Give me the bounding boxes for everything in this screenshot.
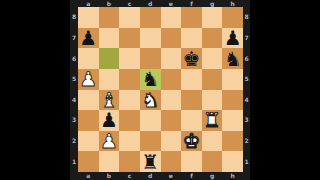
rank-label-5: 5: [243, 69, 250, 90]
square-f2[interactable]: ♚: [181, 131, 202, 152]
square-h6[interactable]: ♞: [222, 48, 243, 69]
black-pawn-piece[interactable]: ♟: [79, 27, 97, 47]
square-e2[interactable]: [161, 131, 182, 152]
file-label-d: d: [140, 172, 161, 180]
file-label-a: a: [78, 172, 99, 180]
board-field: ♟♟♚♞♟♞♝♞♟♜♟♚♜: [78, 7, 243, 172]
square-g7[interactable]: [202, 28, 223, 49]
square-a2[interactable]: [78, 131, 99, 152]
file-label-e: e: [161, 0, 182, 7]
file-label-h: h: [222, 172, 243, 180]
white-king-piece[interactable]: ♚: [182, 131, 200, 151]
chess-board: abcdefgh abcdefgh 87654321 87654321 ♟♟♚♞…: [70, 0, 250, 180]
square-b7[interactable]: [99, 28, 120, 49]
square-f5[interactable]: [181, 69, 202, 90]
file-label-h: h: [222, 0, 243, 7]
rank-labels-left: 87654321: [70, 7, 78, 172]
square-e3[interactable]: [161, 110, 182, 131]
rank-label-8: 8: [243, 7, 250, 28]
white-pawn-piece[interactable]: ♟: [79, 69, 97, 89]
rank-label-6: 6: [70, 48, 78, 69]
white-bishop-piece[interactable]: ♝: [100, 89, 118, 109]
black-pawn-piece[interactable]: ♟: [224, 27, 242, 47]
square-g6[interactable]: [202, 48, 223, 69]
square-g8[interactable]: [202, 7, 223, 28]
file-label-g: g: [202, 0, 223, 7]
black-pawn-piece[interactable]: ♟: [100, 110, 118, 130]
square-h4[interactable]: [222, 90, 243, 111]
square-b6[interactable]: [99, 48, 120, 69]
square-g3[interactable]: ♜: [202, 110, 223, 131]
black-king-piece[interactable]: ♚: [182, 48, 200, 68]
square-d3[interactable]: [140, 110, 161, 131]
rank-label-8: 8: [70, 7, 78, 28]
rank-label-2: 2: [70, 131, 78, 152]
file-labels-bottom: abcdefgh: [78, 172, 243, 180]
square-e1[interactable]: [161, 151, 182, 172]
square-c3[interactable]: [119, 110, 140, 131]
square-b1[interactable]: [99, 151, 120, 172]
square-d8[interactable]: [140, 7, 161, 28]
file-label-f: f: [181, 0, 202, 7]
black-knight-piece[interactable]: ♞: [141, 69, 159, 89]
square-f4[interactable]: [181, 90, 202, 111]
rank-label-4: 4: [243, 90, 250, 111]
square-a3[interactable]: [78, 110, 99, 131]
file-label-e: e: [161, 172, 182, 180]
file-label-d: d: [140, 0, 161, 7]
rank-label-2: 2: [243, 131, 250, 152]
white-rook-piece[interactable]: ♜: [203, 110, 221, 130]
rank-label-3: 3: [243, 110, 250, 131]
file-label-c: c: [119, 172, 140, 180]
white-knight-piece[interactable]: ♞: [141, 89, 159, 109]
square-e8[interactable]: [161, 7, 182, 28]
square-d4[interactable]: ♞: [140, 90, 161, 111]
square-f6[interactable]: ♚: [181, 48, 202, 69]
file-label-b: b: [99, 172, 120, 180]
square-b2[interactable]: ♟: [99, 131, 120, 152]
black-rook-piece[interactable]: ♜: [141, 151, 159, 171]
square-c8[interactable]: [119, 7, 140, 28]
square-e7[interactable]: [161, 28, 182, 49]
square-h5[interactable]: [222, 69, 243, 90]
rank-label-5: 5: [70, 69, 78, 90]
white-pawn-piece[interactable]: ♟: [100, 131, 118, 151]
file-label-f: f: [181, 172, 202, 180]
square-d1[interactable]: ♜: [140, 151, 161, 172]
rank-label-7: 7: [243, 28, 250, 49]
rank-label-1: 1: [70, 151, 78, 172]
square-e4[interactable]: [161, 90, 182, 111]
square-g5[interactable]: [202, 69, 223, 90]
square-c2[interactable]: [119, 131, 140, 152]
square-h3[interactable]: [222, 110, 243, 131]
rank-label-3: 3: [70, 110, 78, 131]
file-label-a: a: [78, 0, 99, 7]
square-a7[interactable]: ♟: [78, 28, 99, 49]
file-labels-top: abcdefgh: [78, 0, 243, 7]
square-c7[interactable]: [119, 28, 140, 49]
square-f1[interactable]: [181, 151, 202, 172]
square-h1[interactable]: [222, 151, 243, 172]
file-label-g: g: [202, 172, 223, 180]
square-d7[interactable]: [140, 28, 161, 49]
rank-label-6: 6: [243, 48, 250, 69]
rank-label-1: 1: [243, 151, 250, 172]
file-label-b: b: [99, 0, 120, 7]
square-g2[interactable]: [202, 131, 223, 152]
square-b8[interactable]: [99, 7, 120, 28]
square-c6[interactable]: [119, 48, 140, 69]
square-a5[interactable]: ♟: [78, 69, 99, 90]
rank-label-4: 4: [70, 90, 78, 111]
square-a4[interactable]: [78, 90, 99, 111]
square-h2[interactable]: [222, 131, 243, 152]
screenshot-stage: abcdefgh abcdefgh 87654321 87654321 ♟♟♚♞…: [0, 0, 320, 180]
square-a1[interactable]: [78, 151, 99, 172]
file-label-c: c: [119, 0, 140, 7]
rank-labels-right: 87654321: [243, 7, 250, 172]
square-c4[interactable]: [119, 90, 140, 111]
square-f8[interactable]: [181, 7, 202, 28]
rank-label-7: 7: [70, 28, 78, 49]
square-e6[interactable]: [161, 48, 182, 69]
black-knight-piece[interactable]: ♞: [224, 48, 242, 68]
square-c1[interactable]: [119, 151, 140, 172]
square-e5[interactable]: [161, 69, 182, 90]
square-c5[interactable]: [119, 69, 140, 90]
square-g1[interactable]: [202, 151, 223, 172]
